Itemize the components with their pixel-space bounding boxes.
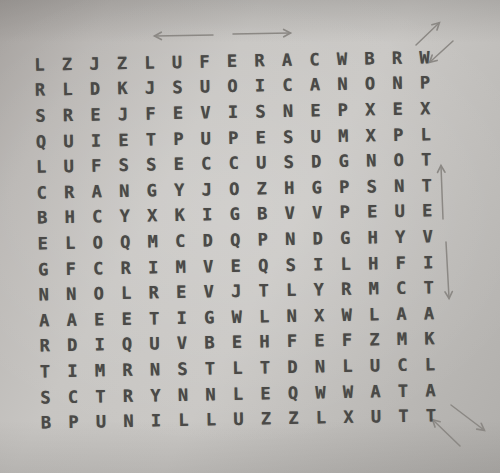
grid-cell-r13c13: U — [361, 352, 389, 378]
grid-cell-r14c6: N — [169, 381, 197, 407]
grid-cell-r1c7: F — [190, 48, 218, 74]
grid-cell-r14c4: R — [114, 382, 142, 408]
grid-cell-r5c4: S — [110, 152, 138, 178]
grid-cell-r11c8: W — [223, 304, 251, 330]
grid-cell-r2c7: U — [191, 74, 219, 100]
grid-cell-r2c9: I — [246, 73, 274, 99]
grid-cell-r5c13: N — [357, 148, 385, 174]
grid-cell-r2c8: O — [218, 73, 246, 99]
grid-cell-r1c12: W — [328, 46, 356, 72]
grid-cell-r7c7: I — [193, 202, 221, 228]
grid-cell-r14c10: Q — [279, 379, 307, 405]
grid-cell-r14c1: S — [32, 384, 60, 410]
grid-cell-r6c8: O — [220, 176, 248, 202]
grid-cell-r6c10: H — [275, 175, 303, 201]
grid-cell-r9c12: L — [332, 250, 360, 276]
grid-cell-r1c4: Z — [108, 50, 136, 76]
grid-cell-r11c13: L — [360, 301, 388, 327]
grid-cell-r9c9: Q — [249, 252, 277, 278]
grid-cell-r14c5: Y — [142, 382, 170, 408]
grid-cell-r15c6: L — [170, 407, 198, 433]
grid-cell-r15c14: T — [390, 403, 418, 429]
grid-cell-r11c12: W — [333, 302, 361, 328]
grid-cell-r10c9: T — [250, 278, 278, 304]
grid-cell-r14c14: T — [389, 377, 417, 403]
grid-cell-r15c3: U — [87, 409, 115, 435]
grid-cell-r10c6: E — [167, 279, 195, 305]
grid-cell-r9c1: G — [29, 256, 57, 282]
grid-cell-r7c15: E — [413, 198, 441, 224]
direction-arrow-right — [233, 33, 290, 34]
grid-cell-r10c1: N — [30, 282, 58, 308]
grid-cell-r12c11: E — [306, 328, 334, 354]
grid-cell-r5c15: T — [412, 147, 440, 173]
grid-cell-r4c4: E — [109, 127, 137, 153]
grid-cell-r4c6: P — [164, 126, 192, 152]
grid-cell-r4c3: I — [82, 127, 110, 153]
grid-cell-r15c4: N — [115, 408, 143, 434]
direction-arrow-down — [446, 242, 449, 298]
grid-cell-r14c7: N — [197, 381, 225, 407]
grid-cell-r15c1: B — [32, 410, 60, 436]
grid-cell-r15c9: Z — [252, 406, 280, 432]
grid-cell-r12c4: Q — [113, 331, 141, 357]
grid-cell-r12c5: U — [141, 331, 169, 357]
grid-cell-r2c12: N — [328, 71, 356, 97]
grid-cell-r3c7: V — [191, 99, 219, 125]
grid-cell-r12c14: M — [388, 326, 416, 352]
grid-cell-r12c8: E — [223, 329, 251, 355]
word-search-grid: LZJZLUFERACWBRWRLDKJSUOICANONPSREJFEVISN… — [26, 44, 445, 435]
grid-cell-r15c8: U — [225, 406, 253, 432]
grid-cell-r8c12: G — [331, 225, 359, 251]
grid-cell-r3c8: I — [219, 99, 247, 125]
grid-cell-r9c10: S — [277, 251, 305, 277]
grid-cell-r6c12: P — [330, 174, 358, 200]
grid-cell-r4c10: S — [274, 124, 302, 150]
word-search-photo: LZJZLUFERACWBRWRLDKJSUOICANONPSREJFEVISN… — [0, 0, 500, 473]
grid-cell-r1c11: C — [300, 46, 328, 72]
grid-cell-r9c11: I — [304, 251, 332, 277]
grid-cell-r13c12: L — [334, 353, 362, 379]
grid-cell-r2c6: S — [163, 74, 191, 100]
grid-cell-r8c4: Q — [111, 229, 139, 255]
grid-cell-r15c12: X — [335, 404, 363, 430]
grid-cell-r7c10: V — [276, 200, 304, 226]
grid-cell-r1c15: W — [410, 44, 438, 70]
grid-cell-r2c5: J — [136, 75, 164, 101]
grid-cell-r4c1: Q — [27, 128, 55, 154]
grid-cell-r7c2: H — [56, 204, 84, 230]
grid-cell-r5c6: E — [165, 151, 193, 177]
grid-cell-r6c6: Y — [165, 177, 193, 203]
grid-cell-r10c7: V — [195, 279, 223, 305]
grid-cell-r9c4: R — [112, 255, 140, 281]
grid-cell-r15c5: I — [142, 408, 170, 434]
grid-cell-r7c13: E — [358, 199, 386, 225]
grid-cell-r3c14: E — [384, 96, 412, 122]
grid-cell-r7c11: V — [303, 200, 331, 226]
grid-cell-r8c13: H — [359, 224, 387, 250]
grid-cell-r12c10: F — [278, 328, 306, 354]
grid-cell-r11c10: N — [278, 303, 306, 329]
grid-cell-r4c9: E — [247, 124, 275, 150]
grid-cell-r3c6: E — [164, 100, 192, 126]
grid-cell-r3c11: E — [301, 97, 329, 123]
grid-cell-r11c3: E — [85, 306, 113, 332]
grid-cell-r2c10: C — [273, 72, 301, 98]
grid-cell-r12c7: B — [196, 330, 224, 356]
grid-cell-r11c7: G — [195, 304, 223, 330]
grid-cell-r13c8: L — [224, 355, 252, 381]
grid-cell-r7c6: K — [166, 202, 194, 228]
grid-cell-r11c15: A — [415, 300, 443, 326]
grid-cell-r14c12: W — [334, 378, 362, 404]
grid-cell-r7c8: G — [221, 201, 249, 227]
grid-cell-r2c14: N — [383, 70, 411, 96]
grid-cell-r5c5: S — [137, 152, 165, 178]
grid-cell-r11c2: A — [58, 307, 86, 333]
grid-cell-r8c2: L — [56, 230, 84, 256]
grid-cell-r8c10: N — [276, 226, 304, 252]
grid-cell-r13c7: T — [196, 355, 224, 381]
grid-cell-r8c9: P — [249, 226, 277, 252]
grid-cell-r4c5: T — [137, 126, 165, 152]
grid-cell-r2c15: P — [411, 70, 439, 96]
grid-cell-r4c8: P — [219, 125, 247, 151]
grid-cell-r15c10: Z — [280, 405, 308, 431]
grid-cell-r4c7: U — [192, 125, 220, 151]
grid-cell-r6c2: R — [55, 179, 83, 205]
grid-cell-r8c7: D — [194, 227, 222, 253]
grid-cell-r6c4: N — [110, 178, 138, 204]
grid-cell-r3c3: E — [81, 101, 109, 127]
direction-arrow-up-right — [416, 23, 439, 45]
grid-cell-r1c2: Z — [53, 51, 81, 77]
grid-cell-r12c6: V — [168, 330, 196, 356]
grid-cell-r7c4: Y — [111, 203, 139, 229]
grid-cell-r10c15: T — [415, 275, 443, 301]
grid-cell-r10c11: Y — [305, 277, 333, 303]
grid-cell-r13c14: C — [389, 352, 417, 378]
grid-cell-r6c5: G — [138, 177, 166, 203]
grid-cell-r5c1: L — [27, 154, 55, 180]
grid-cell-r9c5: I — [139, 254, 167, 280]
grid-cell-r8c14: Y — [386, 224, 414, 250]
grid-cell-r13c2: I — [59, 358, 87, 384]
grid-cell-r10c10: L — [277, 277, 305, 303]
grid-cell-r10c3: O — [85, 281, 113, 307]
grid-cell-r1c8: E — [218, 48, 246, 74]
grid-cell-r14c3: T — [87, 383, 115, 409]
grid-cell-r15c11: L — [307, 405, 335, 431]
grid-cell-r5c2: U — [55, 153, 83, 179]
grid-cell-r13c6: S — [169, 356, 197, 382]
grid-cell-r15c7: L — [197, 407, 225, 433]
grid-cell-r4c2: U — [54, 128, 82, 154]
grid-cell-r11c6: I — [168, 305, 196, 331]
grid-cell-r12c3: I — [86, 332, 114, 358]
grid-cell-r5c10: S — [275, 149, 303, 175]
grid-cell-r8c11: D — [304, 225, 332, 251]
grid-cell-r4c12: M — [329, 123, 357, 149]
grid-cell-r9c7: V — [194, 253, 222, 279]
grid-cell-r3c4: J — [109, 101, 137, 127]
grid-cell-r9c15: I — [414, 249, 442, 275]
grid-cell-r13c11: N — [306, 353, 334, 379]
grid-cell-r14c8: L — [224, 380, 252, 406]
grid-cell-r8c6: C — [166, 228, 194, 254]
grid-cell-r10c2: N — [57, 281, 85, 307]
grid-cell-r1c14: R — [383, 45, 411, 71]
grid-cell-r14c11: W — [307, 379, 335, 405]
grid-cell-r12c9: H — [251, 329, 279, 355]
grid-cell-r15c15: T — [417, 403, 445, 429]
grid-cell-r4c14: P — [384, 122, 412, 148]
grid-cell-r13c5: N — [141, 356, 169, 382]
grid-cell-r9c13: H — [359, 250, 387, 276]
grid-cell-r5c7: C — [192, 151, 220, 177]
grid-cell-r11c1: A — [30, 307, 58, 333]
grid-cell-r7c14: U — [386, 198, 414, 224]
grid-cell-r11c5: T — [140, 305, 168, 331]
grid-cell-r7c9: B — [248, 201, 276, 227]
grid-cell-r13c4: R — [114, 357, 142, 383]
grid-cell-r11c11: X — [305, 302, 333, 328]
grid-cell-r6c11: G — [303, 174, 331, 200]
grid-cell-r8c15: V — [414, 223, 442, 249]
grid-cell-r2c1: R — [26, 77, 54, 103]
grid-cell-r5c14: O — [385, 147, 413, 173]
grid-cell-r9c3: C — [84, 255, 112, 281]
grid-cell-r3c1: S — [26, 102, 54, 128]
grid-cell-r1c5: L — [135, 49, 163, 75]
grid-cell-r7c1: B — [28, 205, 56, 231]
grid-cell-r6c1: C — [28, 179, 56, 205]
grid-cell-r11c14: A — [388, 301, 416, 327]
grid-cell-r2c4: K — [108, 75, 136, 101]
grid-cell-r11c4: E — [113, 306, 141, 332]
grid-cell-r14c15: A — [417, 377, 445, 403]
grid-cell-r4c15: L — [412, 121, 440, 147]
grid-cell-r15c13: U — [362, 404, 390, 430]
grid-cell-r12c12: F — [333, 327, 361, 353]
grid-cell-r6c13: S — [358, 173, 386, 199]
grid-cell-r14c2: C — [59, 383, 87, 409]
grid-cell-r8c8: Q — [221, 227, 249, 253]
grid-cell-r7c3: C — [83, 204, 111, 230]
grid-cell-r14c9: E — [252, 380, 280, 406]
grid-cell-r13c1: T — [31, 358, 59, 384]
grid-cell-r4c13: X — [357, 122, 385, 148]
grid-cell-r12c15: K — [416, 326, 444, 352]
grid-cell-r5c12: G — [330, 148, 358, 174]
grid-cell-r8c3: O — [84, 229, 112, 255]
grid-cell-r13c10: D — [279, 354, 307, 380]
grid-cell-r6c9: Z — [248, 175, 276, 201]
grid-cell-r9c14: F — [387, 249, 415, 275]
direction-arrow-down-right — [451, 405, 484, 430]
grid-cell-r5c3: F — [82, 153, 110, 179]
grid-cell-r10c13: M — [360, 276, 388, 302]
grid-cell-r1c10: A — [273, 47, 301, 73]
grid-cell-r10c8: J — [222, 278, 250, 304]
grid-cell-r5c11: D — [302, 149, 330, 175]
grid-cell-r2c2: L — [53, 76, 81, 102]
grid-cell-r3c10: N — [274, 98, 302, 124]
grid-cell-r3c2: R — [54, 102, 82, 128]
grid-cell-r15c2: P — [60, 409, 88, 435]
grid-cell-r5c9: U — [247, 150, 275, 176]
grid-cell-r6c14: N — [385, 173, 413, 199]
grid-cell-r3c13: X — [356, 96, 384, 122]
grid-cell-r8c5: M — [139, 228, 167, 254]
grid-cell-r12c1: R — [31, 333, 59, 359]
grid-cell-r11c9: L — [250, 303, 278, 329]
grid-cell-r13c15: L — [416, 351, 444, 377]
grid-cell-r12c13: Z — [361, 327, 389, 353]
grid-cell-r9c6: M — [167, 254, 195, 280]
grid-cell-r12c2: D — [58, 332, 86, 358]
grid-cell-r13c3: M — [86, 357, 114, 383]
grid-cell-r7c5: X — [138, 203, 166, 229]
grid-cell-r10c12: R — [332, 276, 360, 302]
grid-cell-r13c9: T — [251, 354, 279, 380]
grid-cell-r7c12: P — [331, 199, 359, 225]
grid-cell-r3c9: S — [246, 98, 274, 124]
grid-cell-r4c11: U — [302, 123, 330, 149]
direction-arrow-left — [155, 35, 213, 36]
grid-cell-r1c9: R — [245, 47, 273, 73]
grid-cell-r6c3: A — [83, 178, 111, 204]
grid-cell-r3c15: X — [411, 95, 439, 121]
grid-cell-r10c5: R — [140, 280, 168, 306]
grid-cell-r3c5: F — [136, 100, 164, 126]
grid-cell-r2c13: O — [356, 71, 384, 97]
grid-cell-r1c1: L — [26, 51, 54, 77]
grid-cell-r2c11: A — [301, 72, 329, 98]
grid-cell-r1c6: U — [163, 49, 191, 75]
grid-cell-r1c3: J — [81, 50, 109, 76]
grid-cell-r9c8: E — [222, 252, 250, 278]
grid-cell-r14c13: A — [362, 378, 390, 404]
grid-cell-r8c1: E — [29, 230, 57, 256]
grid-cell-r9c2: F — [57, 256, 85, 282]
grid-cell-r6c7: J — [193, 176, 221, 202]
grid-cell-r10c14: C — [387, 275, 415, 301]
grid-cell-r3c12: P — [329, 97, 357, 123]
grid-cell-r6c15: T — [413, 172, 441, 198]
grid-cell-r2c3: D — [81, 76, 109, 102]
grid-cell-r1c13: B — [355, 45, 383, 71]
grid-cell-r5c8: C — [220, 150, 248, 176]
grid-cell-r10c4: L — [112, 280, 140, 306]
direction-arrow-up — [441, 166, 443, 219]
